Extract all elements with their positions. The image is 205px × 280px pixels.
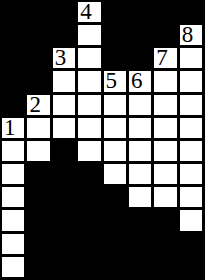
block-r11c3 (78, 257, 100, 277)
cell-r8c5[interactable] (129, 187, 151, 207)
cell-r6c1[interactable] (27, 141, 49, 161)
cell-r4c5[interactable] (129, 95, 151, 115)
clue-number: 2 (29, 95, 41, 115)
cell-r7c6[interactable] (154, 164, 176, 184)
cell-r3c3[interactable] (78, 71, 100, 91)
cell-r8c0[interactable] (2, 187, 24, 207)
cell-r6c0[interactable] (2, 141, 24, 161)
block-r2c0 (2, 48, 24, 68)
block-r7c3 (78, 164, 100, 184)
block-r11c2 (53, 257, 75, 277)
block-r11c4 (104, 257, 126, 277)
block-r9c1 (27, 210, 49, 230)
block-r9c3 (78, 210, 100, 230)
clue-number: 3 (55, 48, 67, 68)
block-r7c2 (53, 164, 75, 184)
cell-r5c6[interactable] (154, 118, 176, 138)
cell-r0c3[interactable]: 4 (78, 2, 100, 22)
block-r2c1 (27, 48, 49, 68)
cell-r4c6[interactable] (154, 95, 176, 115)
cell-r3c7[interactable] (180, 71, 202, 91)
block-r7c1 (27, 164, 49, 184)
block-r0c7 (180, 2, 202, 22)
block-r0c1 (27, 2, 49, 22)
block-r0c4 (104, 2, 126, 22)
block-r11c1 (27, 257, 49, 277)
cell-r9c7[interactable] (180, 210, 202, 230)
block-r10c6 (154, 234, 176, 254)
cell-r2c3[interactable] (78, 48, 100, 68)
block-r0c6 (154, 2, 176, 22)
block-r11c6 (154, 257, 176, 277)
cell-r5c4[interactable] (104, 118, 126, 138)
block-r3c1 (27, 71, 49, 91)
cell-r5c0[interactable]: 1 (2, 118, 24, 138)
block-r1c6 (154, 25, 176, 45)
cell-r4c7[interactable] (180, 95, 202, 115)
cell-r5c3[interactable] (78, 118, 100, 138)
block-r8c3 (78, 187, 100, 207)
cell-r5c2[interactable] (53, 118, 75, 138)
cell-r7c7[interactable] (180, 164, 202, 184)
block-r9c4 (104, 210, 126, 230)
clue-number: 5 (106, 71, 118, 91)
block-r11c5 (129, 257, 151, 277)
block-r1c0 (2, 25, 24, 45)
block-r8c4 (104, 187, 126, 207)
cell-r3c6[interactable] (154, 71, 176, 91)
cell-r2c2[interactable]: 3 (53, 48, 75, 68)
clue-number: 4 (80, 2, 92, 22)
cell-r5c1[interactable] (27, 118, 49, 138)
clue-number: 6 (131, 71, 143, 91)
block-r10c1 (27, 234, 49, 254)
cell-r6c5[interactable] (129, 141, 151, 161)
cell-r5c7[interactable] (180, 118, 202, 138)
block-r9c2 (53, 210, 75, 230)
cell-r1c7[interactable]: 8 (180, 25, 202, 45)
block-r9c6 (154, 210, 176, 230)
cell-r4c1[interactable]: 2 (27, 95, 49, 115)
cell-r7c5[interactable] (129, 164, 151, 184)
cell-r7c4[interactable] (104, 164, 126, 184)
cell-r8c6[interactable] (154, 187, 176, 207)
cell-r5c5[interactable] (129, 118, 151, 138)
block-r4c0 (2, 95, 24, 115)
block-r10c3 (78, 234, 100, 254)
cell-r4c4[interactable] (104, 95, 126, 115)
block-r1c2 (53, 25, 75, 45)
cell-r3c4[interactable]: 5 (104, 71, 126, 91)
block-r10c4 (104, 234, 126, 254)
cell-r2c6[interactable]: 7 (154, 48, 176, 68)
crossword-grid: 48375621 (0, 0, 205, 280)
block-r3c0 (2, 71, 24, 91)
cell-r2c7[interactable] (180, 48, 202, 68)
block-r10c2 (53, 234, 75, 254)
block-r0c2 (53, 2, 75, 22)
block-r6c2 (53, 141, 75, 161)
block-r1c4 (104, 25, 126, 45)
block-r2c5 (129, 48, 151, 68)
block-r0c0 (2, 2, 24, 22)
block-r1c5 (129, 25, 151, 45)
cell-r10c0[interactable] (2, 234, 24, 254)
block-r10c7 (180, 234, 202, 254)
clue-number: 1 (4, 118, 16, 138)
cell-r6c7[interactable] (180, 141, 202, 161)
cell-r1c3[interactable] (78, 25, 100, 45)
clue-number: 7 (156, 48, 168, 68)
block-r9c5 (129, 210, 151, 230)
cell-r6c6[interactable] (154, 141, 176, 161)
cell-r4c2[interactable] (53, 95, 75, 115)
block-r8c1 (27, 187, 49, 207)
cell-r4c3[interactable] (78, 95, 100, 115)
block-r11c7 (180, 257, 202, 277)
cell-r3c2[interactable] (53, 71, 75, 91)
cell-r6c4[interactable] (104, 141, 126, 161)
block-r10c5 (129, 234, 151, 254)
cell-r7c0[interactable] (2, 164, 24, 184)
block-r1c1 (27, 25, 49, 45)
block-r2c4 (104, 48, 126, 68)
block-r8c2 (53, 187, 75, 207)
cell-r11c0[interactable] (2, 257, 24, 277)
cell-r9c0[interactable] (2, 210, 24, 230)
cell-r6c3[interactable] (78, 141, 100, 161)
cell-r3c5[interactable]: 6 (129, 71, 151, 91)
clue-number: 8 (182, 25, 194, 45)
block-r0c5 (129, 2, 151, 22)
cell-r8c7[interactable] (180, 187, 202, 207)
